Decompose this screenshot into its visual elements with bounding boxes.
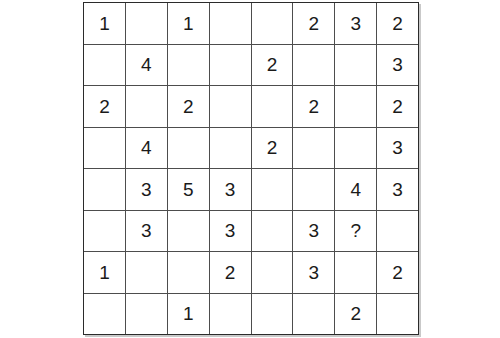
empty-cell-r6c3	[168, 211, 209, 252]
empty-cell-r3c2	[126, 86, 167, 127]
clue-cell-r3c1: 2	[84, 86, 125, 127]
clue-cell-r5c8: 3	[377, 169, 418, 210]
clue-cell-r1c8: 2	[377, 3, 418, 44]
empty-cell-r2c6	[293, 45, 334, 86]
clue-cell-r5c2: 3	[126, 169, 167, 210]
clue-cell-r7c6: 3	[293, 252, 334, 293]
empty-cell-r4c6	[293, 128, 334, 169]
clue-cell-r6c6: 3	[293, 211, 334, 252]
clue-cell-r1c7: 3	[335, 3, 376, 44]
clue-cell-r2c5: 2	[252, 45, 293, 86]
clue-cell-r2c2: 4	[126, 45, 167, 86]
empty-cell-r4c4	[210, 128, 251, 169]
puzzle-grid: 11232423222242335343333?123212	[83, 2, 419, 335]
unknown-cell: ?	[335, 211, 376, 252]
clue-cell-r2c8: 3	[377, 45, 418, 86]
empty-cell-r5c6	[293, 169, 334, 210]
empty-cell-r8c5	[252, 294, 293, 335]
clue-cell-r5c3: 5	[168, 169, 209, 210]
clue-cell-r7c8: 2	[377, 252, 418, 293]
clue-cell-r6c4: 3	[210, 211, 251, 252]
clue-cell-r8c3: 1	[168, 294, 209, 335]
clue-cell-r4c2: 4	[126, 128, 167, 169]
clue-cell-r8c7: 2	[335, 294, 376, 335]
empty-cell-r3c7	[335, 86, 376, 127]
empty-cell-r2c3	[168, 45, 209, 86]
empty-cell-r8c4	[210, 294, 251, 335]
empty-cell-r7c2	[126, 252, 167, 293]
empty-cell-r8c6	[293, 294, 334, 335]
empty-cell-r1c2	[126, 3, 167, 44]
empty-cell-r6c5	[252, 211, 293, 252]
clue-cell-r4c5: 2	[252, 128, 293, 169]
clue-cell-r3c3: 2	[168, 86, 209, 127]
empty-cell-r6c1	[84, 211, 125, 252]
empty-cell-r2c1	[84, 45, 125, 86]
empty-cell-r7c3	[168, 252, 209, 293]
clue-cell-r5c7: 4	[335, 169, 376, 210]
empty-cell-r8c1	[84, 294, 125, 335]
empty-cell-r1c4	[210, 3, 251, 44]
empty-cell-r6c8	[377, 211, 418, 252]
empty-cell-r3c4	[210, 86, 251, 127]
empty-cell-r7c5	[252, 252, 293, 293]
empty-cell-r4c7	[335, 128, 376, 169]
clue-cell-r3c8: 2	[377, 86, 418, 127]
clue-cell-r4c8: 3	[377, 128, 418, 169]
empty-cell-r7c7	[335, 252, 376, 293]
clue-cell-r1c6: 2	[293, 3, 334, 44]
page: 11232423222242335343333?123212	[0, 0, 500, 338]
empty-cell-r8c8	[377, 294, 418, 335]
clue-cell-r6c2: 3	[126, 211, 167, 252]
empty-cell-r4c1	[84, 128, 125, 169]
empty-cell-r3c5	[252, 86, 293, 127]
empty-cell-r5c5	[252, 169, 293, 210]
clue-cell-r1c1: 1	[84, 3, 125, 44]
clue-cell-r1c3: 1	[168, 3, 209, 44]
clue-cell-r5c4: 3	[210, 169, 251, 210]
empty-cell-r5c1	[84, 169, 125, 210]
empty-cell-r2c4	[210, 45, 251, 86]
clue-cell-r3c6: 2	[293, 86, 334, 127]
empty-cell-r1c5	[252, 3, 293, 44]
clue-cell-r7c1: 1	[84, 252, 125, 293]
clue-cell-r7c4: 2	[210, 252, 251, 293]
empty-cell-r8c2	[126, 294, 167, 335]
empty-cell-r4c3	[168, 128, 209, 169]
empty-cell-r2c7	[335, 45, 376, 86]
